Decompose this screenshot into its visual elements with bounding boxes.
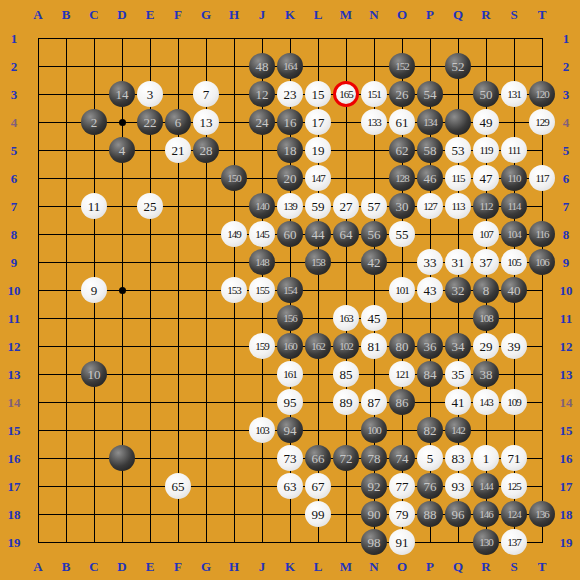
coord-letter-top-P: P bbox=[426, 8, 434, 21]
stone-white-O18: 79 bbox=[389, 501, 415, 527]
move-number: 94 bbox=[284, 424, 297, 437]
stone-black-C4: 2 bbox=[81, 109, 107, 135]
stone-black-P12: 36 bbox=[417, 333, 443, 359]
coord-letter-top-N: N bbox=[369, 8, 378, 21]
move-number: 10 bbox=[88, 368, 101, 381]
coord-number-right-1: 1 bbox=[563, 32, 570, 45]
coord-letter-bottom-H: H bbox=[229, 560, 239, 573]
stone-black-J3: 12 bbox=[249, 81, 275, 107]
move-number: 103 bbox=[255, 425, 269, 436]
stone-white-O13: 121 bbox=[389, 361, 415, 387]
stone-black-N9: 42 bbox=[361, 249, 387, 275]
stone-black-P17: 76 bbox=[417, 473, 443, 499]
stone-black-S10: 40 bbox=[501, 277, 527, 303]
stone-white-K14: 95 bbox=[277, 389, 303, 415]
coord-number-left-12: 12 bbox=[8, 340, 21, 353]
stone-black-K12: 160 bbox=[277, 333, 303, 359]
move-number: 63 bbox=[284, 480, 297, 493]
move-number: 37 bbox=[480, 256, 493, 269]
move-number: 43 bbox=[424, 284, 437, 297]
move-number: 164 bbox=[283, 61, 297, 72]
coord-number-right-2: 2 bbox=[563, 60, 570, 73]
stone-black-O2: 152 bbox=[389, 53, 415, 79]
move-number: 74 bbox=[396, 452, 409, 465]
stone-white-H10: 153 bbox=[221, 277, 247, 303]
stone-black-M12: 102 bbox=[333, 333, 359, 359]
coord-letter-top-B: B bbox=[62, 8, 71, 21]
move-number: 45 bbox=[368, 312, 381, 325]
stone-black-R17: 144 bbox=[473, 473, 499, 499]
stone-black-O7: 30 bbox=[389, 193, 415, 219]
move-number: 67 bbox=[312, 480, 325, 493]
move-number: 143 bbox=[479, 397, 493, 408]
move-number: 128 bbox=[395, 173, 409, 184]
move-number: 121 bbox=[395, 369, 409, 380]
stone-white-O4: 61 bbox=[389, 109, 415, 135]
move-number: 17 bbox=[312, 116, 325, 129]
stone-white-P10: 43 bbox=[417, 277, 443, 303]
stone-white-Q7: 113 bbox=[445, 193, 471, 219]
move-number: 6 bbox=[175, 116, 182, 129]
stone-white-Q6: 115 bbox=[445, 165, 471, 191]
move-number: 85 bbox=[340, 368, 353, 381]
move-number: 21 bbox=[172, 144, 185, 157]
move-number: 124 bbox=[507, 509, 521, 520]
coord-number-left-13: 13 bbox=[8, 368, 21, 381]
stone-black-N17: 92 bbox=[361, 473, 387, 499]
move-number: 41 bbox=[452, 396, 465, 409]
stone-white-K7: 139 bbox=[277, 193, 303, 219]
move-number: 106 bbox=[535, 257, 549, 268]
move-number: 137 bbox=[507, 537, 521, 548]
stone-black-Q15: 142 bbox=[445, 417, 471, 443]
move-number: 50 bbox=[480, 88, 493, 101]
move-number: 20 bbox=[284, 172, 297, 185]
stone-black-O14: 86 bbox=[389, 389, 415, 415]
stone-black-H6: 150 bbox=[221, 165, 247, 191]
stone-black-D5: 4 bbox=[109, 137, 135, 163]
stone-white-Q16: 83 bbox=[445, 445, 471, 471]
move-number: 163 bbox=[339, 313, 353, 324]
move-number: 162 bbox=[311, 341, 325, 352]
stone-white-R8: 107 bbox=[473, 221, 499, 247]
stone-white-M7: 27 bbox=[333, 193, 359, 219]
coord-letter-bottom-R: R bbox=[481, 560, 490, 573]
stone-black-J7: 140 bbox=[249, 193, 275, 219]
move-number: 117 bbox=[535, 173, 548, 184]
coord-number-right-16: 16 bbox=[560, 452, 573, 465]
stone-white-S19: 137 bbox=[501, 529, 527, 555]
move-number: 89 bbox=[340, 396, 353, 409]
coord-number-left-17: 17 bbox=[8, 480, 21, 493]
move-number: 101 bbox=[395, 285, 409, 296]
move-number: 111 bbox=[508, 145, 521, 156]
coord-letter-bottom-S: S bbox=[510, 560, 517, 573]
coord-number-right-12: 12 bbox=[560, 340, 573, 353]
move-number: 108 bbox=[479, 313, 493, 324]
move-number: 81 bbox=[368, 340, 381, 353]
stone-white-N12: 81 bbox=[361, 333, 387, 359]
stone-white-N4: 133 bbox=[361, 109, 387, 135]
move-number: 150 bbox=[227, 173, 241, 184]
move-number: 159 bbox=[255, 341, 269, 352]
move-number: 13 bbox=[200, 116, 213, 129]
coord-letter-bottom-B: B bbox=[62, 560, 71, 573]
coord-number-left-9: 9 bbox=[11, 256, 18, 269]
stone-black-K10: 154 bbox=[277, 277, 303, 303]
stone-white-P7: 127 bbox=[417, 193, 443, 219]
stone-white-K13: 161 bbox=[277, 361, 303, 387]
stone-white-H8: 149 bbox=[221, 221, 247, 247]
move-number: 28 bbox=[200, 144, 213, 157]
stone-black-J2: 48 bbox=[249, 53, 275, 79]
coord-letter-top-G: G bbox=[201, 8, 211, 21]
move-number: 86 bbox=[396, 396, 409, 409]
stone-white-Q14: 41 bbox=[445, 389, 471, 415]
stone-black-O12: 80 bbox=[389, 333, 415, 359]
stone-white-R4: 49 bbox=[473, 109, 499, 135]
move-number: 24 bbox=[256, 116, 269, 129]
move-number: 23 bbox=[284, 88, 297, 101]
stone-white-K16: 73 bbox=[277, 445, 303, 471]
stone-black-O5: 62 bbox=[389, 137, 415, 163]
move-number: 14 bbox=[116, 88, 129, 101]
coord-number-left-5: 5 bbox=[11, 144, 18, 157]
move-number: 35 bbox=[452, 368, 465, 381]
stone-black-L8: 44 bbox=[305, 221, 331, 247]
stone-white-K17: 63 bbox=[277, 473, 303, 499]
move-number: 62 bbox=[396, 144, 409, 157]
move-number: 136 bbox=[535, 509, 549, 520]
stone-black-T9: 106 bbox=[529, 249, 555, 275]
move-number: 42 bbox=[368, 256, 381, 269]
coord-number-left-18: 18 bbox=[8, 508, 21, 521]
stone-black-K2: 164 bbox=[277, 53, 303, 79]
stone-white-E7: 25 bbox=[137, 193, 163, 219]
stone-black-P6: 46 bbox=[417, 165, 443, 191]
stone-black-K6: 20 bbox=[277, 165, 303, 191]
stone-white-R12: 29 bbox=[473, 333, 499, 359]
stone-black-T18: 136 bbox=[529, 501, 555, 527]
coord-number-right-19: 19 bbox=[560, 536, 573, 549]
stone-black-K8: 60 bbox=[277, 221, 303, 247]
stone-white-L5: 19 bbox=[305, 137, 331, 163]
coord-number-right-6: 6 bbox=[563, 172, 570, 185]
coord-letter-bottom-A: A bbox=[33, 560, 42, 573]
stone-black-Q4 bbox=[445, 109, 471, 135]
move-number: 133 bbox=[367, 117, 381, 128]
coord-letter-bottom-L: L bbox=[314, 560, 323, 573]
move-number: 147 bbox=[311, 173, 325, 184]
coord-letter-top-E: E bbox=[146, 8, 155, 21]
goban: 4816415252143712231516515126545013112022… bbox=[0, 0, 580, 580]
coord-number-right-11: 11 bbox=[560, 312, 572, 325]
move-number: 113 bbox=[451, 201, 464, 212]
coord-number-right-7: 7 bbox=[563, 200, 570, 213]
stone-white-F5: 21 bbox=[165, 137, 191, 163]
move-number: 59 bbox=[312, 200, 325, 213]
move-number: 144 bbox=[479, 481, 493, 492]
stone-black-R10: 8 bbox=[473, 277, 499, 303]
stone-white-R6: 47 bbox=[473, 165, 499, 191]
stone-white-L3: 15 bbox=[305, 81, 331, 107]
stone-white-Q9: 31 bbox=[445, 249, 471, 275]
move-number: 116 bbox=[535, 229, 548, 240]
coord-number-left-8: 8 bbox=[11, 228, 18, 241]
stone-white-C7: 11 bbox=[81, 193, 107, 219]
stone-black-K15: 94 bbox=[277, 417, 303, 443]
coord-number-right-18: 18 bbox=[560, 508, 573, 521]
move-number: 61 bbox=[396, 116, 409, 129]
stone-black-S8: 104 bbox=[501, 221, 527, 247]
stone-black-E4: 22 bbox=[137, 109, 163, 135]
move-number: 47 bbox=[480, 172, 493, 185]
move-number: 65 bbox=[172, 480, 185, 493]
stone-black-R3: 50 bbox=[473, 81, 499, 107]
stone-black-J4: 24 bbox=[249, 109, 275, 135]
coord-number-right-17: 17 bbox=[560, 480, 573, 493]
move-number: 78 bbox=[368, 452, 381, 465]
stone-white-G4: 13 bbox=[193, 109, 219, 135]
move-number: 100 bbox=[367, 425, 381, 436]
stone-black-S18: 124 bbox=[501, 501, 527, 527]
stone-black-Q12: 34 bbox=[445, 333, 471, 359]
stone-black-Q18: 96 bbox=[445, 501, 471, 527]
coord-letter-bottom-O: O bbox=[397, 560, 407, 573]
coord-letter-bottom-E: E bbox=[146, 560, 155, 573]
coord-number-right-10: 10 bbox=[560, 284, 573, 297]
stone-white-Q5: 53 bbox=[445, 137, 471, 163]
stone-white-Q13: 35 bbox=[445, 361, 471, 387]
stone-black-R7: 112 bbox=[473, 193, 499, 219]
move-number: 87 bbox=[368, 396, 381, 409]
move-number: 104 bbox=[507, 229, 521, 240]
stone-white-O10: 101 bbox=[389, 277, 415, 303]
coord-letter-bottom-K: K bbox=[285, 560, 295, 573]
stone-black-L12: 162 bbox=[305, 333, 331, 359]
stone-black-G5: 28 bbox=[193, 137, 219, 163]
coord-number-left-2: 2 bbox=[11, 60, 18, 73]
move-number: 165 bbox=[339, 89, 353, 100]
coord-letter-bottom-C: C bbox=[89, 560, 98, 573]
move-number: 3 bbox=[147, 88, 154, 101]
coord-number-left-4: 4 bbox=[11, 116, 18, 129]
move-number: 96 bbox=[452, 508, 465, 521]
coord-number-right-15: 15 bbox=[560, 424, 573, 437]
stone-black-K11: 156 bbox=[277, 305, 303, 331]
coord-letter-bottom-M: M bbox=[340, 560, 352, 573]
move-number: 56 bbox=[368, 228, 381, 241]
move-number: 91 bbox=[396, 536, 409, 549]
move-number: 34 bbox=[452, 340, 465, 353]
move-number: 115 bbox=[451, 173, 464, 184]
coord-letter-top-A: A bbox=[33, 8, 42, 21]
move-number: 26 bbox=[396, 88, 409, 101]
move-number: 7 bbox=[203, 88, 210, 101]
move-number: 146 bbox=[479, 509, 493, 520]
coord-letter-top-F: F bbox=[174, 8, 182, 21]
stone-black-R18: 146 bbox=[473, 501, 499, 527]
stone-black-R19: 130 bbox=[473, 529, 499, 555]
stone-white-S14: 109 bbox=[501, 389, 527, 415]
move-number: 151 bbox=[367, 89, 381, 100]
stone-white-P16: 5 bbox=[417, 445, 443, 471]
stone-black-M8: 64 bbox=[333, 221, 359, 247]
coord-letter-top-D: D bbox=[117, 8, 126, 21]
stone-white-P9: 33 bbox=[417, 249, 443, 275]
coord-letter-bottom-J: J bbox=[259, 560, 266, 573]
stone-white-J10: 155 bbox=[249, 277, 275, 303]
stone-black-R13: 38 bbox=[473, 361, 499, 387]
coord-letter-bottom-P: P bbox=[426, 560, 434, 573]
move-number: 154 bbox=[283, 285, 297, 296]
coord-letter-top-Q: Q bbox=[453, 8, 463, 21]
stone-white-L17: 67 bbox=[305, 473, 331, 499]
coord-number-left-10: 10 bbox=[8, 284, 21, 297]
star-point bbox=[119, 119, 126, 126]
stone-white-T4: 129 bbox=[529, 109, 555, 135]
move-number: 64 bbox=[340, 228, 353, 241]
stone-white-S9: 105 bbox=[501, 249, 527, 275]
coord-number-right-5: 5 bbox=[563, 144, 570, 157]
move-number: 57 bbox=[368, 200, 381, 213]
coord-number-right-8: 8 bbox=[563, 228, 570, 241]
move-number: 102 bbox=[339, 341, 353, 352]
stone-black-P4: 134 bbox=[417, 109, 443, 135]
move-number: 99 bbox=[312, 508, 325, 521]
move-number: 90 bbox=[368, 508, 381, 521]
move-number: 129 bbox=[535, 117, 549, 128]
coord-letter-bottom-T: T bbox=[538, 560, 547, 573]
move-number: 55 bbox=[396, 228, 409, 241]
stone-white-L7: 59 bbox=[305, 193, 331, 219]
move-number: 98 bbox=[368, 536, 381, 549]
coord-number-left-11: 11 bbox=[8, 312, 20, 325]
move-number: 160 bbox=[283, 341, 297, 352]
move-number: 152 bbox=[395, 61, 409, 72]
star-point bbox=[119, 287, 126, 294]
coord-number-right-3: 3 bbox=[563, 88, 570, 101]
coord-letter-top-R: R bbox=[481, 8, 490, 21]
stone-black-K4: 16 bbox=[277, 109, 303, 135]
move-number: 46 bbox=[424, 172, 437, 185]
stone-black-P15: 82 bbox=[417, 417, 443, 443]
stone-white-J8: 145 bbox=[249, 221, 275, 247]
stone-white-J15: 103 bbox=[249, 417, 275, 443]
stone-white-T6: 117 bbox=[529, 165, 555, 191]
stone-black-O3: 26 bbox=[389, 81, 415, 107]
move-number: 82 bbox=[424, 424, 437, 437]
move-number: 36 bbox=[424, 340, 437, 353]
stone-white-M11: 163 bbox=[333, 305, 359, 331]
move-number: 38 bbox=[480, 368, 493, 381]
coord-letter-bottom-N: N bbox=[369, 560, 378, 573]
stone-white-R5: 119 bbox=[473, 137, 499, 163]
move-number: 79 bbox=[396, 508, 409, 521]
coord-letter-top-S: S bbox=[510, 8, 517, 21]
stone-black-N16: 78 bbox=[361, 445, 387, 471]
coord-number-right-13: 13 bbox=[560, 368, 573, 381]
stone-white-N3: 151 bbox=[361, 81, 387, 107]
move-number: 139 bbox=[283, 201, 297, 212]
stone-white-L6: 147 bbox=[305, 165, 331, 191]
move-number: 32 bbox=[452, 284, 465, 297]
stone-white-S3: 131 bbox=[501, 81, 527, 107]
coord-letter-top-K: K bbox=[285, 8, 295, 21]
stone-black-O16: 74 bbox=[389, 445, 415, 471]
stone-black-N19: 98 bbox=[361, 529, 387, 555]
move-number: 161 bbox=[283, 369, 297, 380]
move-number: 119 bbox=[479, 145, 492, 156]
move-number: 27 bbox=[340, 200, 353, 213]
move-number: 29 bbox=[480, 340, 493, 353]
move-number: 80 bbox=[396, 340, 409, 353]
coord-letter-bottom-F: F bbox=[174, 560, 182, 573]
coord-number-left-1: 1 bbox=[11, 32, 18, 45]
stone-white-O19: 91 bbox=[389, 529, 415, 555]
stone-white-E3: 3 bbox=[137, 81, 163, 107]
stone-black-L9: 158 bbox=[305, 249, 331, 275]
coord-letter-top-T: T bbox=[538, 8, 547, 21]
move-number: 44 bbox=[312, 228, 325, 241]
coord-number-left-3: 3 bbox=[11, 88, 18, 101]
move-number: 66 bbox=[312, 452, 325, 465]
stone-black-N18: 90 bbox=[361, 501, 387, 527]
move-number: 49 bbox=[480, 116, 493, 129]
stone-black-S7: 114 bbox=[501, 193, 527, 219]
move-number: 11 bbox=[88, 200, 101, 213]
move-number: 76 bbox=[424, 480, 437, 493]
move-number: 22 bbox=[144, 116, 157, 129]
move-number: 71 bbox=[508, 452, 521, 465]
stone-white-M13: 85 bbox=[333, 361, 359, 387]
move-number: 40 bbox=[508, 284, 521, 297]
coord-letter-top-O: O bbox=[397, 8, 407, 21]
move-number: 25 bbox=[144, 200, 157, 213]
move-number: 142 bbox=[451, 425, 465, 436]
move-number: 39 bbox=[508, 340, 521, 353]
stone-white-S16: 71 bbox=[501, 445, 527, 471]
board-grid[interactable]: 4816415252143712231516515126545013112022… bbox=[38, 38, 542, 542]
move-number: 130 bbox=[479, 537, 493, 548]
coord-number-left-16: 16 bbox=[8, 452, 21, 465]
stone-white-L4: 17 bbox=[305, 109, 331, 135]
stone-black-D3: 14 bbox=[109, 81, 135, 107]
stone-white-J12: 159 bbox=[249, 333, 275, 359]
move-number: 72 bbox=[340, 452, 353, 465]
move-number: 31 bbox=[452, 256, 465, 269]
move-number: 158 bbox=[311, 257, 325, 268]
move-number: 73 bbox=[284, 452, 297, 465]
move-number: 60 bbox=[284, 228, 297, 241]
stone-white-R14: 143 bbox=[473, 389, 499, 415]
stone-black-M16: 72 bbox=[333, 445, 359, 471]
move-number: 149 bbox=[227, 229, 241, 240]
move-number: 15 bbox=[312, 88, 325, 101]
coord-number-left-6: 6 bbox=[11, 172, 18, 185]
move-number: 110 bbox=[507, 173, 520, 184]
move-number: 53 bbox=[452, 144, 465, 157]
move-number: 131 bbox=[507, 89, 521, 100]
move-number: 52 bbox=[452, 60, 465, 73]
move-number: 4 bbox=[119, 144, 126, 157]
stone-black-O6: 128 bbox=[389, 165, 415, 191]
move-number: 134 bbox=[423, 117, 437, 128]
move-number: 153 bbox=[227, 285, 241, 296]
coord-letter-bottom-Q: Q bbox=[453, 560, 463, 573]
stone-white-N7: 57 bbox=[361, 193, 387, 219]
stone-black-C13: 10 bbox=[81, 361, 107, 387]
